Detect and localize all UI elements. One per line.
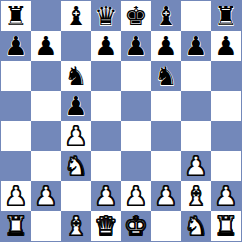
white-pawn: ♟: [214, 181, 237, 211]
square-a7[interactable]: ♟: [1, 31, 31, 61]
black-pawn: ♟: [184, 31, 207, 61]
square-d1[interactable]: ♛: [91, 211, 121, 241]
square-c2[interactable]: [61, 181, 91, 211]
square-b3[interactable]: [31, 151, 61, 181]
black-pawn: ♟: [214, 31, 237, 61]
square-b7[interactable]: ♟: [31, 31, 61, 61]
square-b4[interactable]: [31, 121, 61, 151]
white-rook: ♜: [4, 211, 27, 241]
white-king: ♚: [124, 211, 147, 241]
square-f8[interactable]: ♝: [151, 1, 181, 31]
square-f1[interactable]: [151, 211, 181, 241]
square-e2[interactable]: ♟: [121, 181, 151, 211]
white-queen: ♛: [94, 211, 117, 241]
square-f6[interactable]: ♞: [151, 61, 181, 91]
square-b6[interactable]: [31, 61, 61, 91]
square-a1[interactable]: ♜: [1, 211, 31, 241]
square-b1[interactable]: [31, 211, 61, 241]
square-g6[interactable]: [181, 61, 211, 91]
white-pawn: ♟: [4, 181, 27, 211]
square-a2[interactable]: ♟: [1, 181, 31, 211]
black-pawn: ♟: [124, 31, 147, 61]
square-e8[interactable]: ♚: [121, 1, 151, 31]
square-h1[interactable]: ♜: [211, 211, 241, 241]
square-g5[interactable]: [181, 91, 211, 121]
square-c7[interactable]: [61, 31, 91, 61]
square-d4[interactable]: [91, 121, 121, 151]
black-knight: ♞: [64, 61, 87, 91]
square-g4[interactable]: [181, 121, 211, 151]
black-bishop: ♝: [64, 1, 87, 31]
square-f4[interactable]: [151, 121, 181, 151]
white-pawn: ♟: [154, 181, 177, 211]
black-rook: ♜: [4, 1, 27, 31]
square-g3[interactable]: ♟: [181, 151, 211, 181]
square-a6[interactable]: [1, 61, 31, 91]
square-f2[interactable]: ♟: [151, 181, 181, 211]
square-h2[interactable]: ♟: [211, 181, 241, 211]
square-h3[interactable]: [211, 151, 241, 181]
white-knight: ♞: [64, 151, 87, 181]
black-pawn: ♟: [34, 31, 57, 61]
chess-board: ♜♝♛♚♝♜♟♟♟♟♟♟♟♞♞♟♟♞♟♟♟♟♟♟♝♟♜♝♛♚♞♜: [0, 0, 242, 242]
square-d3[interactable]: [91, 151, 121, 181]
black-pawn: ♟: [154, 31, 177, 61]
black-bishop: ♝: [154, 1, 177, 31]
white-pawn: ♟: [124, 181, 147, 211]
square-b5[interactable]: [31, 91, 61, 121]
white-knight: ♞: [184, 211, 207, 241]
square-h4[interactable]: [211, 121, 241, 151]
square-a4[interactable]: [1, 121, 31, 151]
square-e1[interactable]: ♚: [121, 211, 151, 241]
square-c4[interactable]: ♟: [61, 121, 91, 151]
white-rook: ♜: [214, 211, 237, 241]
square-a5[interactable]: [1, 91, 31, 121]
square-e3[interactable]: [121, 151, 151, 181]
square-d8[interactable]: ♛: [91, 1, 121, 31]
square-g7[interactable]: ♟: [181, 31, 211, 61]
square-c3[interactable]: ♞: [61, 151, 91, 181]
square-f5[interactable]: [151, 91, 181, 121]
white-bishop: ♝: [64, 211, 87, 241]
square-e7[interactable]: ♟: [121, 31, 151, 61]
square-f7[interactable]: ♟: [151, 31, 181, 61]
square-e5[interactable]: [121, 91, 151, 121]
square-g1[interactable]: ♞: [181, 211, 211, 241]
square-h7[interactable]: ♟: [211, 31, 241, 61]
square-b8[interactable]: [31, 1, 61, 31]
white-bishop: ♝: [184, 181, 207, 211]
square-h5[interactable]: [211, 91, 241, 121]
square-f3[interactable]: [151, 151, 181, 181]
square-g8[interactable]: [181, 1, 211, 31]
square-a8[interactable]: ♜: [1, 1, 31, 31]
square-a3[interactable]: [1, 151, 31, 181]
square-c6[interactable]: ♞: [61, 61, 91, 91]
square-c8[interactable]: ♝: [61, 1, 91, 31]
black-pawn: ♟: [94, 31, 117, 61]
square-d2[interactable]: ♟: [91, 181, 121, 211]
black-pawn: ♟: [4, 31, 27, 61]
square-h8[interactable]: ♜: [211, 1, 241, 31]
black-pawn: ♟: [64, 91, 87, 121]
black-queen: ♛: [94, 1, 117, 31]
square-d5[interactable]: [91, 91, 121, 121]
square-g2[interactable]: ♝: [181, 181, 211, 211]
white-pawn: ♟: [34, 181, 57, 211]
square-e4[interactable]: [121, 121, 151, 151]
square-d7[interactable]: ♟: [91, 31, 121, 61]
square-e6[interactable]: [121, 61, 151, 91]
white-pawn: ♟: [64, 121, 87, 151]
black-rook: ♜: [214, 1, 237, 31]
square-c5[interactable]: ♟: [61, 91, 91, 121]
square-d6[interactable]: [91, 61, 121, 91]
square-h6[interactable]: [211, 61, 241, 91]
square-b2[interactable]: ♟: [31, 181, 61, 211]
black-king: ♚: [124, 1, 147, 31]
white-pawn: ♟: [184, 151, 207, 181]
white-pawn: ♟: [94, 181, 117, 211]
black-knight: ♞: [154, 61, 177, 91]
square-c1[interactable]: ♝: [61, 211, 91, 241]
